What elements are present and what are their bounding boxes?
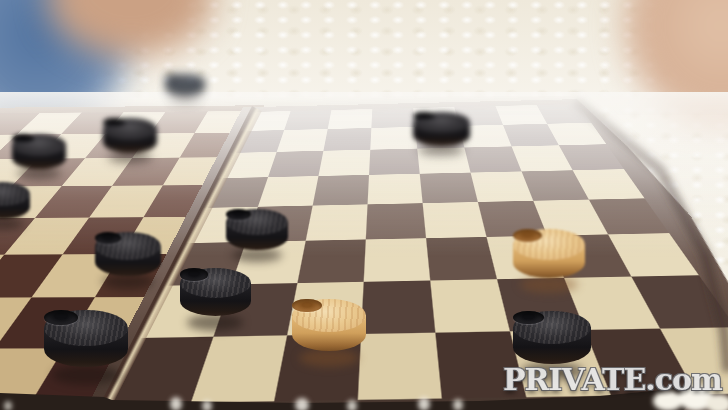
checker-hole: [226, 209, 251, 220]
checker-hole: [44, 310, 78, 325]
checker-hole: [513, 229, 542, 242]
checker-black[interactable]: [0, 182, 30, 219]
private-com-watermark[interactable]: PRIVATE.com: [503, 362, 722, 397]
checker-black[interactable]: [95, 232, 161, 276]
checker-hole: [413, 112, 436, 121]
checker-white[interactable]: [513, 229, 585, 278]
photo-scene: PRIVATE.com: [0, 0, 728, 410]
checker-black[interactable]: [180, 268, 251, 316]
checker-hole: [165, 74, 181, 80]
checker-hole: [103, 118, 125, 127]
checker-hole: [12, 134, 34, 143]
checker-black[interactable]: [12, 134, 66, 169]
checker-hole: [95, 232, 121, 244]
checker-black[interactable]: [103, 118, 157, 153]
checker-hole: [180, 268, 208, 281]
checker-black[interactable]: [513, 311, 591, 364]
watermark-text: PRIVATE.com: [503, 362, 722, 397]
checker-white[interactable]: [292, 299, 366, 351]
checker-black[interactable]: [44, 310, 128, 367]
checker-black-on-carpet[interactable]: [165, 74, 205, 95]
checker-hole: [292, 299, 322, 313]
checker-black[interactable]: [226, 209, 288, 250]
checker-black[interactable]: [413, 112, 470, 146]
checker-hole: [513, 311, 544, 325]
